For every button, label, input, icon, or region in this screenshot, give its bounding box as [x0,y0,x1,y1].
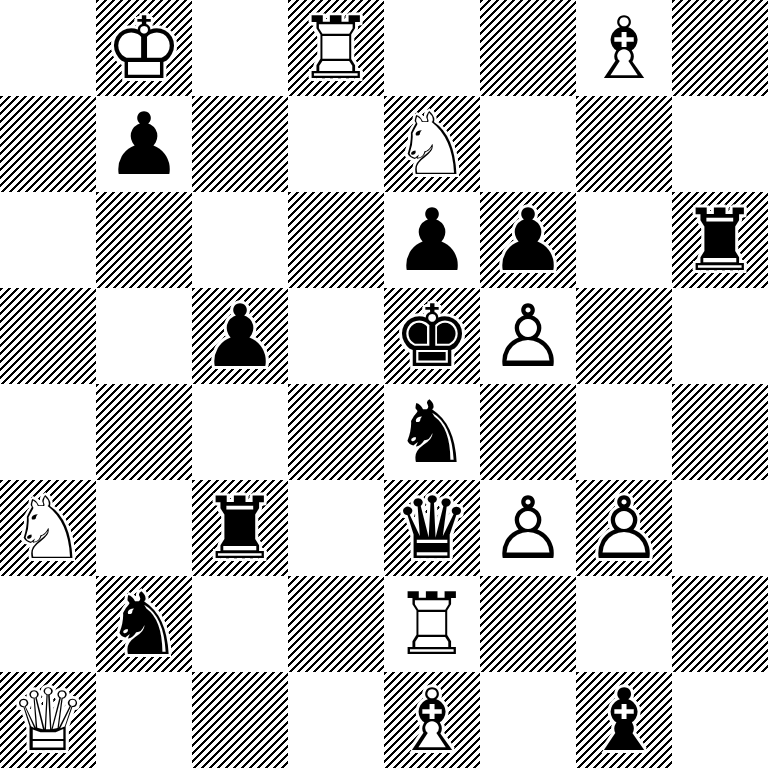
square-a6[interactable] [0,192,96,288]
piece-glyph: ♟ [96,96,192,192]
piece-glyph: ♞ [96,576,192,672]
square-c8[interactable] [192,0,288,96]
square-f1[interactable] [480,672,576,768]
square-c5[interactable]: ♟♟ [192,288,288,384]
square-f5[interactable]: ♟♙ [480,288,576,384]
square-f8[interactable] [480,0,576,96]
piece-white-bishop: ♝♗ [576,0,672,96]
piece-glyph: ♕ [0,672,96,768]
piece-glyph: ♞ [384,384,480,480]
square-b6[interactable] [96,192,192,288]
square-b4[interactable] [96,384,192,480]
piece-black-pawn: ♟♟ [96,96,192,192]
square-g7[interactable] [576,96,672,192]
square-d3[interactable] [288,480,384,576]
square-h6[interactable]: ♜♜ [672,192,768,288]
piece-glyph: ♘ [0,480,96,576]
piece-black-rook: ♜♜ [192,480,288,576]
square-g5[interactable] [576,288,672,384]
piece-black-queen: ♛♛ [384,480,480,576]
square-b7[interactable]: ♟♟ [96,96,192,192]
square-c6[interactable] [192,192,288,288]
square-c4[interactable] [192,384,288,480]
square-d6[interactable] [288,192,384,288]
piece-glyph: ♟ [384,192,480,288]
square-c1[interactable] [192,672,288,768]
piece-black-rook: ♜♜ [672,192,768,288]
square-f7[interactable] [480,96,576,192]
square-a2[interactable] [0,576,96,672]
piece-black-bishop: ♝♝ [576,672,672,768]
square-c7[interactable] [192,96,288,192]
piece-black-pawn: ♟♟ [384,192,480,288]
square-b2[interactable]: ♞♞ [96,576,192,672]
square-g2[interactable] [576,576,672,672]
square-h7[interactable] [672,96,768,192]
square-d7[interactable] [288,96,384,192]
piece-glyph: ♘ [384,96,480,192]
square-f2[interactable] [480,576,576,672]
piece-white-bishop: ♝♗ [384,672,480,768]
square-g8[interactable]: ♝♗ [576,0,672,96]
square-e3[interactable]: ♛♛ [384,480,480,576]
square-b5[interactable] [96,288,192,384]
square-e1[interactable]: ♝♗ [384,672,480,768]
piece-glyph: ♛ [384,480,480,576]
square-h4[interactable] [672,384,768,480]
square-e7[interactable]: ♞♘ [384,96,480,192]
piece-white-knight: ♞♘ [384,96,480,192]
square-a8[interactable] [0,0,96,96]
piece-black-king: ♚♚ [384,288,480,384]
piece-glyph: ♟ [480,192,576,288]
square-c2[interactable] [192,576,288,672]
square-d2[interactable] [288,576,384,672]
piece-glyph: ♚ [384,288,480,384]
piece-white-rook: ♜♖ [288,0,384,96]
piece-black-knight: ♞♞ [96,576,192,672]
square-d8[interactable]: ♜♖ [288,0,384,96]
piece-glyph: ♖ [288,0,384,96]
square-b8[interactable]: ♚♔ [96,0,192,96]
square-g4[interactable] [576,384,672,480]
square-b3[interactable] [96,480,192,576]
piece-glyph: ♗ [576,0,672,96]
square-a4[interactable] [0,384,96,480]
square-e4[interactable]: ♞♞ [384,384,480,480]
square-f3[interactable]: ♟♙ [480,480,576,576]
piece-white-pawn: ♟♙ [480,480,576,576]
square-h3[interactable] [672,480,768,576]
piece-white-knight: ♞♘ [0,480,96,576]
square-b1[interactable] [96,672,192,768]
square-g3[interactable]: ♟♙ [576,480,672,576]
piece-glyph: ♟ [192,288,288,384]
piece-white-queen: ♛♕ [0,672,96,768]
piece-black-knight: ♞♞ [384,384,480,480]
square-a7[interactable] [0,96,96,192]
piece-glyph: ♔ [96,0,192,96]
square-a1[interactable]: ♛♕ [0,672,96,768]
square-g6[interactable] [576,192,672,288]
square-f4[interactable] [480,384,576,480]
piece-glyph: ♜ [192,480,288,576]
piece-glyph: ♙ [480,288,576,384]
square-d1[interactable] [288,672,384,768]
piece-white-rook: ♜♖ [384,576,480,672]
piece-black-pawn: ♟♟ [192,288,288,384]
square-f6[interactable]: ♟♟ [480,192,576,288]
square-a3[interactable]: ♞♘ [0,480,96,576]
square-h2[interactable] [672,576,768,672]
square-e5[interactable]: ♚♚ [384,288,480,384]
chess-board: ♚♔♜♖♝♗♟♟♞♘♟♟♟♟♜♜♟♟♚♚♟♙♞♞♞♘♜♜♛♛♟♙♟♙♞♞♜♖♛♕… [0,0,768,768]
piece-glyph: ♙ [576,480,672,576]
square-a5[interactable] [0,288,96,384]
piece-black-pawn: ♟♟ [480,192,576,288]
piece-white-pawn: ♟♙ [576,480,672,576]
square-g1[interactable]: ♝♝ [576,672,672,768]
square-h1[interactable] [672,672,768,768]
square-e8[interactable] [384,0,480,96]
piece-white-pawn: ♟♙ [480,288,576,384]
square-h5[interactable] [672,288,768,384]
square-c3[interactable]: ♜♜ [192,480,288,576]
piece-glyph: ♝ [576,672,672,768]
square-d5[interactable] [288,288,384,384]
piece-glyph: ♙ [480,480,576,576]
piece-glyph: ♖ [384,576,480,672]
square-h8[interactable] [672,0,768,96]
square-e6[interactable]: ♟♟ [384,192,480,288]
square-d4[interactable] [288,384,384,480]
piece-glyph: ♜ [672,192,768,288]
square-e2[interactable]: ♜♖ [384,576,480,672]
piece-glyph: ♗ [384,672,480,768]
piece-white-king: ♚♔ [96,0,192,96]
